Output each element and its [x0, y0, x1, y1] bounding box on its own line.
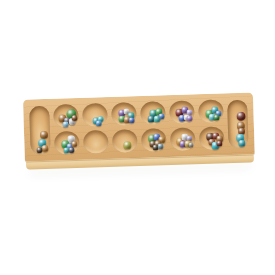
board-top-surface: [23, 92, 255, 161]
store-right: [227, 100, 248, 149]
pit-bottom-5[interactable]: [170, 127, 196, 151]
gem-stone: [188, 142, 193, 147]
pit-top-6[interactable]: [198, 99, 224, 123]
gem-stone: [36, 147, 42, 153]
gem-stone: [63, 121, 69, 127]
gem-stone: [95, 120, 101, 126]
gem-stone: [158, 113, 164, 119]
pit-bottom-1[interactable]: [54, 131, 80, 155]
pit-bottom-2[interactable]: [83, 130, 109, 154]
store-left: [29, 106, 50, 155]
photo-background: [0, 0, 275, 275]
gem-stone: [187, 115, 193, 121]
pit-bottom-4[interactable]: [141, 128, 167, 152]
mancala-board: [23, 92, 255, 169]
gem-stone: [216, 140, 222, 146]
pits-grid: [53, 99, 224, 154]
gem-stone: [40, 131, 48, 139]
pit-bottom-6[interactable]: [199, 126, 225, 150]
gem-stone: [71, 141, 77, 147]
gem-stone: [123, 141, 131, 149]
gem-stone: [68, 147, 74, 153]
pit-top-4[interactable]: [140, 101, 166, 125]
gem-stone: [71, 115, 77, 121]
pit-bottom-3[interactable]: [112, 129, 138, 153]
gem-stone: [214, 114, 220, 120]
pit-top-2[interactable]: [82, 103, 108, 127]
pit-top-3[interactable]: [111, 102, 137, 126]
gem-stone: [238, 140, 245, 147]
pit-top-5[interactable]: [169, 100, 195, 124]
pit-top-1[interactable]: [53, 104, 79, 128]
gem-stone: [236, 112, 245, 121]
gem-stone: [157, 143, 163, 149]
gem-stone: [128, 117, 134, 123]
